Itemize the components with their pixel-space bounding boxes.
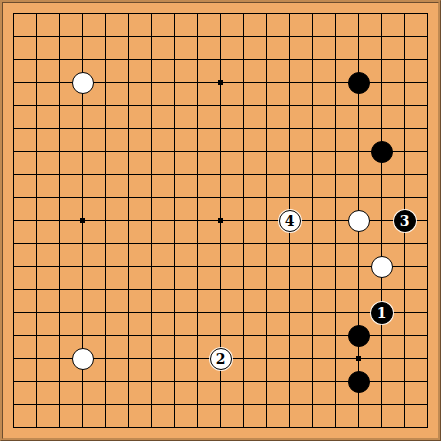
white-stone-jp-move-2: 2 bbox=[210, 348, 232, 370]
move-number: 3 bbox=[400, 214, 410, 228]
move-number: 4 bbox=[285, 214, 295, 228]
grid-line-horizontal bbox=[13, 427, 428, 428]
grid-line-vertical bbox=[266, 13, 267, 428]
grid-line-vertical bbox=[243, 13, 244, 428]
black-stone-rj-move-3: 3 bbox=[394, 210, 416, 232]
black-stone-pd bbox=[348, 72, 370, 94]
white-stone-dp bbox=[72, 348, 94, 370]
hoshi-point bbox=[218, 218, 223, 223]
hoshi-point bbox=[80, 218, 85, 223]
grid-line-horizontal bbox=[13, 312, 428, 313]
go-board: 4312 bbox=[0, 0, 441, 441]
hoshi-point bbox=[356, 356, 361, 361]
black-stone-qn-move-1: 1 bbox=[371, 302, 393, 324]
hoshi-point bbox=[218, 80, 223, 85]
grid-line-horizontal bbox=[13, 243, 428, 244]
white-stone-mj-move-4: 4 bbox=[279, 210, 301, 232]
move-number: 2 bbox=[216, 352, 226, 366]
grid-line-vertical bbox=[312, 13, 313, 428]
grid-line-horizontal bbox=[13, 289, 428, 290]
grid-line-vertical bbox=[335, 13, 336, 428]
white-stone-dd bbox=[72, 72, 94, 94]
black-stone-po bbox=[348, 325, 370, 347]
white-stone-pj bbox=[348, 210, 370, 232]
move-number: 1 bbox=[377, 306, 387, 320]
black-stone-pq bbox=[348, 371, 370, 393]
grid-line-horizontal bbox=[13, 266, 428, 267]
grid-line-vertical bbox=[427, 13, 428, 428]
grid-line-vertical bbox=[381, 13, 382, 428]
grid-line-horizontal bbox=[13, 404, 428, 405]
black-stone-qg bbox=[371, 141, 393, 163]
white-stone-ql bbox=[371, 256, 393, 278]
